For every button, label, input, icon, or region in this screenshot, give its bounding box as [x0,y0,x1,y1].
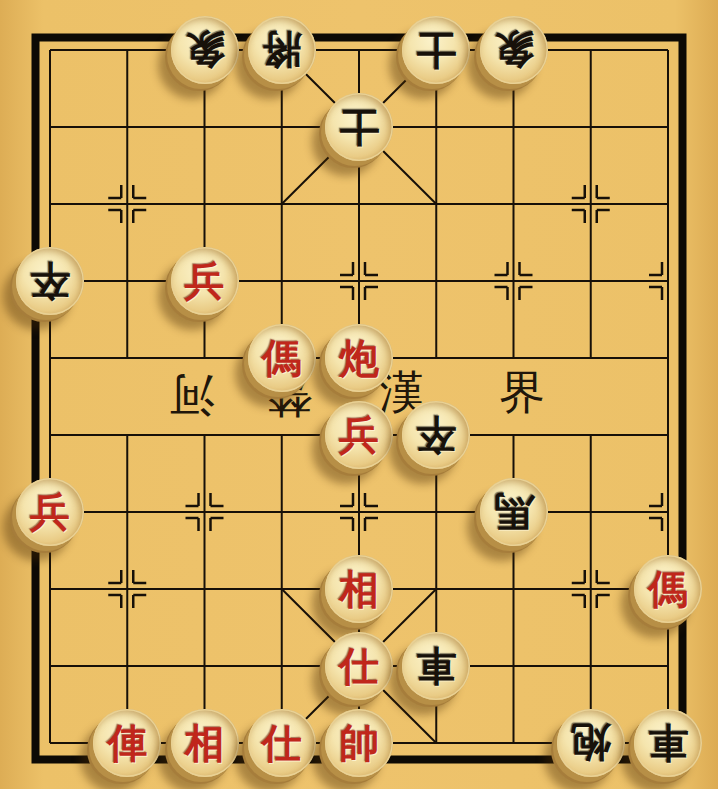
piece-glyph-red-advisor-2: 仕 [262,723,302,763]
piece-glyph-black-elephant-1: 象 [185,30,225,70]
piece-grid: 象將士象士卒兵傌炮兵卒兵馬相傌仕車俥相仕帥炮車 [11,12,706,782]
piece-red-elephant-2[interactable]: 相 [171,709,239,777]
piece-black-advisor-1[interactable]: 士 [402,16,470,84]
piece-glyph-red-soldier-3: 兵 [30,492,70,532]
piece-glyph-red-soldier-2: 兵 [339,415,379,455]
piece-red-soldier-1[interactable]: 兵 [171,247,239,315]
piece-glyph-black-elephant-2: 象 [494,30,534,70]
piece-glyph-black-soldier-2: 卒 [416,415,456,455]
piece-red-general[interactable]: 帥 [325,709,393,777]
piece-glyph-black-soldier-1: 卒 [30,261,70,301]
piece-glyph-red-horse-2: 傌 [648,569,688,609]
piece-red-horse-1[interactable]: 傌 [248,324,316,392]
piece-glyph-black-advisor-1: 士 [416,30,456,70]
piece-red-soldier-3[interactable]: 兵 [16,478,84,546]
piece-black-chariot-1[interactable]: 車 [402,632,470,700]
piece-red-advisor-2[interactable]: 仕 [248,709,316,777]
piece-glyph-red-horse-1: 傌 [262,338,302,378]
piece-glyph-red-elephant-1: 相 [339,569,379,609]
piece-glyph-black-advisor-2: 士 [339,107,379,147]
piece-black-elephant-2[interactable]: 象 [480,16,548,84]
piece-glyph-black-cannon-1: 炮 [571,723,611,763]
xiangqi-board: 楚河 漢 界 象將士象士卒兵傌炮兵卒兵馬相傌仕車俥相仕帥炮車 [0,0,718,789]
piece-glyph-red-chariot-1: 俥 [107,723,147,763]
piece-glyph-red-general: 帥 [339,723,379,763]
piece-black-advisor-2[interactable]: 士 [325,93,393,161]
piece-red-horse-2[interactable]: 傌 [634,555,702,623]
piece-red-soldier-2[interactable]: 兵 [325,401,393,469]
piece-glyph-black-general: 將 [262,30,302,70]
piece-glyph-black-chariot-2: 車 [648,723,688,763]
piece-black-cannon-1[interactable]: 炮 [557,709,625,777]
piece-black-soldier-2[interactable]: 卒 [402,401,470,469]
piece-glyph-black-chariot-1: 車 [416,646,456,686]
piece-black-elephant-1[interactable]: 象 [171,16,239,84]
piece-glyph-red-elephant-2: 相 [185,723,225,763]
piece-black-soldier-1[interactable]: 卒 [16,247,84,315]
piece-glyph-red-soldier-1: 兵 [185,261,225,301]
piece-black-chariot-2[interactable]: 車 [634,709,702,777]
piece-glyph-red-advisor-1: 仕 [339,646,379,686]
piece-glyph-black-horse-1: 馬 [494,492,534,532]
piece-red-cannon-1[interactable]: 炮 [325,324,393,392]
piece-black-general[interactable]: 將 [248,16,316,84]
piece-red-elephant-1[interactable]: 相 [325,555,393,623]
piece-glyph-red-cannon-1: 炮 [339,338,379,378]
piece-red-chariot-1[interactable]: 俥 [93,709,161,777]
piece-red-advisor-1[interactable]: 仕 [325,632,393,700]
piece-black-horse-1[interactable]: 馬 [480,478,548,546]
